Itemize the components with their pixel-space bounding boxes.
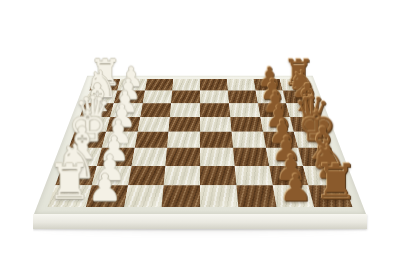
brown-rook: ♜ bbox=[283, 55, 311, 91]
square-a6 bbox=[227, 79, 256, 91]
square-g1: ♞ bbox=[55, 166, 96, 186]
square-d2: ♟ bbox=[106, 117, 140, 132]
square-f8: ♝ bbox=[298, 148, 337, 166]
brown-pawn: ♟ bbox=[255, 64, 283, 91]
square-h8: ♜ bbox=[308, 185, 352, 207]
square-d7: ♟ bbox=[260, 117, 294, 132]
square-e8: ♚ bbox=[294, 132, 331, 148]
white-rook: ♜ bbox=[89, 55, 117, 91]
square-d5 bbox=[200, 117, 231, 132]
square-f3 bbox=[131, 148, 167, 166]
square-g5 bbox=[200, 166, 236, 186]
square-a5 bbox=[200, 79, 228, 91]
white-rook: ♜ bbox=[48, 158, 86, 207]
white-pawn: ♟ bbox=[97, 132, 131, 166]
square-c2: ♟ bbox=[110, 103, 142, 117]
square-c4 bbox=[170, 103, 200, 117]
square-f5 bbox=[200, 148, 234, 166]
chess-board: ♜♟♟♜♞♟♟♞♝♟♟♝♛♟♟♛♚♟♟♚♝♟♟♝♞♟♟♞♜♟♟♜ bbox=[34, 76, 366, 214]
square-b4 bbox=[171, 91, 200, 104]
square-e5 bbox=[200, 132, 233, 148]
square-h1: ♜ bbox=[48, 185, 92, 207]
white-pawn: ♟ bbox=[117, 64, 145, 91]
square-e3 bbox=[134, 132, 168, 148]
chess-set-photo: ♜♟♟♜♞♟♟♞♝♟♟♝♛♟♟♛♚♟♟♚♝♟♟♝♞♟♟♞♜♟♟♜ bbox=[0, 0, 400, 266]
square-f2: ♟ bbox=[97, 148, 135, 166]
square-b8: ♞ bbox=[283, 91, 315, 104]
square-a2: ♟ bbox=[117, 79, 147, 91]
square-c5 bbox=[200, 103, 230, 117]
square-h7: ♟ bbox=[272, 185, 314, 207]
square-f1: ♝ bbox=[62, 148, 101, 166]
square-g4 bbox=[164, 166, 200, 186]
square-b5 bbox=[200, 91, 229, 104]
square-c7: ♟ bbox=[258, 103, 290, 117]
square-b1: ♞ bbox=[85, 91, 117, 104]
square-h3 bbox=[124, 185, 164, 207]
square-e1: ♚ bbox=[69, 132, 106, 148]
square-b2: ♟ bbox=[114, 91, 145, 104]
square-a7: ♟ bbox=[253, 79, 283, 91]
square-b3 bbox=[142, 91, 172, 104]
square-b7: ♟ bbox=[255, 91, 286, 104]
square-g7: ♟ bbox=[269, 166, 309, 186]
square-d8: ♛ bbox=[290, 117, 325, 132]
square-c6 bbox=[229, 103, 260, 117]
square-d4 bbox=[169, 117, 200, 132]
square-h5 bbox=[200, 185, 238, 207]
square-a1: ♜ bbox=[89, 79, 120, 91]
square-d1: ♛ bbox=[75, 117, 110, 132]
square-e4 bbox=[167, 132, 200, 148]
square-c8: ♝ bbox=[286, 103, 320, 117]
square-f4 bbox=[166, 148, 200, 166]
square-e6 bbox=[231, 132, 265, 148]
square-g2: ♟ bbox=[92, 166, 132, 186]
square-g8: ♞ bbox=[303, 166, 344, 186]
square-h6 bbox=[236, 185, 276, 207]
square-c3 bbox=[140, 103, 171, 117]
square-e2: ♟ bbox=[102, 132, 138, 148]
chess-board-grid: ♜♟♟♜♞♟♟♞♝♟♟♝♛♟♟♛♚♟♟♚♝♟♟♝♞♟♟♞♜♟♟♜ bbox=[48, 79, 353, 207]
square-f6 bbox=[233, 148, 269, 166]
square-a3 bbox=[145, 79, 174, 91]
square-g6 bbox=[234, 166, 272, 186]
square-g3 bbox=[128, 166, 166, 186]
square-f7: ♟ bbox=[266, 148, 304, 166]
square-a8: ♜ bbox=[280, 79, 311, 91]
square-h2: ♟ bbox=[86, 185, 128, 207]
square-h4 bbox=[162, 185, 200, 207]
square-a4 bbox=[172, 79, 200, 91]
square-b6 bbox=[228, 91, 258, 104]
brown-rook: ♜ bbox=[314, 158, 352, 207]
square-e7: ♟ bbox=[263, 132, 299, 148]
board-front-edge bbox=[33, 214, 367, 229]
square-c1: ♝ bbox=[80, 103, 114, 117]
square-d3 bbox=[137, 117, 170, 132]
square-d6 bbox=[230, 117, 263, 132]
